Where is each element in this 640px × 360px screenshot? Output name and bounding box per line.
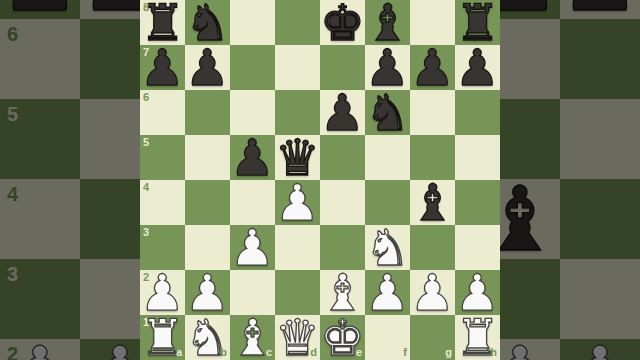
square-f1[interactable]: f xyxy=(365,315,410,360)
square-f5[interactable] xyxy=(365,135,410,180)
square-c1[interactable]: ♝c xyxy=(230,315,275,360)
square-b6[interactable] xyxy=(185,90,230,135)
square-d4[interactable]: ♟ xyxy=(275,180,320,225)
square-a7[interactable]: ♟7 xyxy=(140,45,185,90)
piece-white-pawn[interactable]: ♟ xyxy=(230,225,275,270)
square-g7[interactable]: ♟ xyxy=(410,45,455,90)
square-d1[interactable]: ♛d xyxy=(275,315,320,360)
piece-white-pawn[interactable]: ♟ xyxy=(410,270,455,315)
square-b5[interactable] xyxy=(185,135,230,180)
piece-black-pawn[interactable]: ♟ xyxy=(410,45,455,90)
square-g2[interactable]: ♟ xyxy=(410,270,455,315)
square-g4[interactable]: ♝ xyxy=(410,180,455,225)
square-d7[interactable] xyxy=(275,45,320,90)
chess-board[interactable]: ♜8♞♚♝♜♟7♟♟♟♟6♟♞5♟♛4♟♝3♟♞♟2♟♝♟♟♟♜1a♞b♝c♛d… xyxy=(140,0,500,360)
piece-black-pawn[interactable]: ♟ xyxy=(185,45,230,90)
piece-white-queen[interactable]: ♛ xyxy=(275,315,320,360)
square-a1[interactable]: ♜1a xyxy=(140,315,185,360)
square-h4[interactable] xyxy=(455,180,500,225)
coord-file-g: g xyxy=(445,347,452,358)
piece-white-bishop[interactable]: ♝ xyxy=(230,315,275,360)
square-h5[interactable] xyxy=(455,135,500,180)
square-a4[interactable]: 4 xyxy=(140,180,185,225)
coord-rank-6: 6 xyxy=(143,92,149,103)
square-b1[interactable]: ♞b xyxy=(185,315,230,360)
square-c5[interactable]: ♟ xyxy=(230,135,275,180)
piece-white-rook[interactable]: ♜ xyxy=(455,315,500,360)
square-h6[interactable] xyxy=(455,90,500,135)
piece-black-pawn[interactable]: ♟ xyxy=(230,135,275,180)
square-g1[interactable]: g xyxy=(410,315,455,360)
square-b7[interactable]: ♟ xyxy=(185,45,230,90)
video-frame: ♜8♞♚♝♜♟7♟♟♟♟6♟♞5♟♛4♟♝3♟♞♟2♟♝♟♟♟♜1a♞b♝c♛d… xyxy=(0,0,640,360)
piece-black-bishop[interactable]: ♝ xyxy=(410,180,455,225)
piece-white-king[interactable]: ♚ xyxy=(320,315,365,360)
square-h1[interactable]: ♜h xyxy=(455,315,500,360)
piece-white-knight[interactable]: ♞ xyxy=(185,315,230,360)
square-f2[interactable]: ♟ xyxy=(365,270,410,315)
square-b4[interactable] xyxy=(185,180,230,225)
coord-rank-4: 4 xyxy=(143,182,149,193)
square-e1[interactable]: ♚e xyxy=(320,315,365,360)
piece-black-king[interactable]: ♚ xyxy=(320,0,365,45)
piece-white-pawn[interactable]: ♟ xyxy=(275,180,320,225)
piece-black-knight[interactable]: ♞ xyxy=(365,90,410,135)
square-e6[interactable]: ♟ xyxy=(320,90,365,135)
coord-rank-3: 3 xyxy=(143,227,149,238)
coord-rank-5: 5 xyxy=(143,137,149,148)
square-h7[interactable]: ♟ xyxy=(455,45,500,90)
square-d8[interactable] xyxy=(275,0,320,45)
square-c8[interactable] xyxy=(230,0,275,45)
square-e5[interactable] xyxy=(320,135,365,180)
square-c3[interactable]: ♟ xyxy=(230,225,275,270)
square-a6[interactable]: 6 xyxy=(140,90,185,135)
square-a5[interactable]: 5 xyxy=(140,135,185,180)
square-f6[interactable]: ♞ xyxy=(365,90,410,135)
square-d3[interactable] xyxy=(275,225,320,270)
piece-black-pawn[interactable]: ♟ xyxy=(455,45,500,90)
piece-white-pawn[interactable]: ♟ xyxy=(365,270,410,315)
square-g6[interactable] xyxy=(410,90,455,135)
coord-file-f: f xyxy=(403,347,407,358)
piece-black-pawn[interactable]: ♟ xyxy=(140,45,185,90)
square-c7[interactable] xyxy=(230,45,275,90)
square-e4[interactable] xyxy=(320,180,365,225)
piece-black-pawn[interactable]: ♟ xyxy=(320,90,365,135)
square-e8[interactable]: ♚ xyxy=(320,0,365,45)
piece-white-rook[interactable]: ♜ xyxy=(140,315,185,360)
